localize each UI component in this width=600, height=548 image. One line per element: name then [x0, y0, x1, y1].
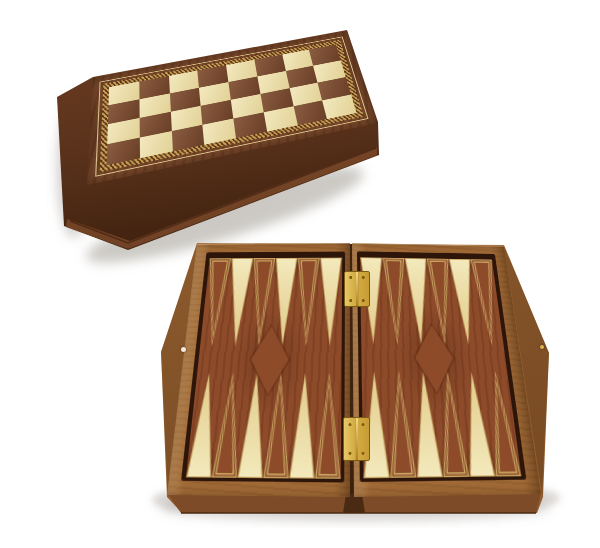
points-row-bottom-right — [362, 371, 522, 478]
clasp-dot-left — [181, 347, 186, 352]
backgammon-left-field — [186, 258, 342, 479]
backgammon-point-outlined — [315, 373, 342, 479]
brass-hinge-bottom — [343, 417, 370, 461]
point-layer — [272, 259, 297, 343]
brass-hinge-top — [344, 271, 370, 307]
clasp-dot-right — [540, 345, 544, 349]
product-photo-stage — [0, 0, 600, 548]
backgammon-point-cream — [289, 373, 317, 479]
backgammon-point-cream — [318, 258, 342, 347]
backgammon-left-half — [167, 243, 350, 497]
backgammon-point-outlined — [294, 258, 320, 347]
